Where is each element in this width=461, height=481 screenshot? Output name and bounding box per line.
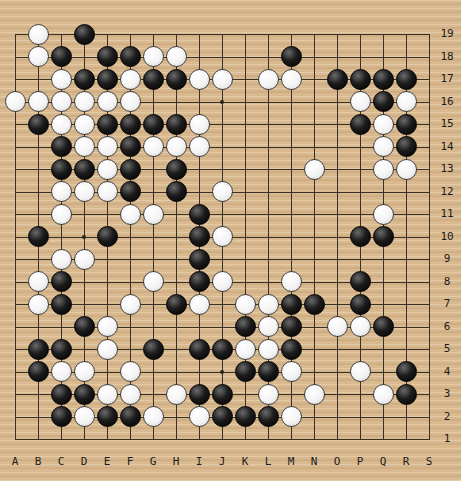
go-board-screenshot: ABCDEFGHIJKLMNOPQRS191817161514131211109… xyxy=(0,0,461,481)
star-point xyxy=(220,370,224,374)
column-label: A xyxy=(7,455,23,469)
stone-black xyxy=(166,159,187,180)
stone-white xyxy=(74,91,95,112)
row-label: 10 xyxy=(433,230,461,244)
stone-white xyxy=(28,24,49,45)
stone-white xyxy=(5,91,26,112)
stone-black xyxy=(212,406,233,427)
stone-black xyxy=(143,114,164,135)
stone-white xyxy=(97,136,118,157)
stone-white xyxy=(189,136,210,157)
stone-black xyxy=(235,361,256,382)
stone-white xyxy=(373,204,394,225)
stone-black xyxy=(350,226,371,247)
stone-white xyxy=(51,361,72,382)
stone-black xyxy=(258,361,279,382)
stone-white xyxy=(350,361,371,382)
stone-white xyxy=(350,316,371,337)
stone-white xyxy=(212,271,233,292)
stone-white xyxy=(281,361,302,382)
stone-white xyxy=(28,91,49,112)
stone-black xyxy=(51,136,72,157)
stone-black xyxy=(51,271,72,292)
stone-white xyxy=(396,91,417,112)
stone-black xyxy=(373,226,394,247)
stone-black xyxy=(189,339,210,360)
column-label: M xyxy=(283,455,299,469)
stone-white xyxy=(258,294,279,315)
row-label: 5 xyxy=(433,342,461,356)
row-label: 4 xyxy=(433,365,461,379)
stone-white xyxy=(120,294,141,315)
row-label: 2 xyxy=(433,410,461,424)
stone-black xyxy=(74,159,95,180)
column-label: L xyxy=(260,455,276,469)
column-label: R xyxy=(398,455,414,469)
stone-black xyxy=(74,69,95,90)
stone-black xyxy=(212,339,233,360)
stone-black xyxy=(120,181,141,202)
column-label: Q xyxy=(375,455,391,469)
stone-white xyxy=(28,294,49,315)
stone-white xyxy=(143,271,164,292)
stone-white xyxy=(51,249,72,270)
stone-black xyxy=(51,159,72,180)
stone-black xyxy=(51,339,72,360)
row-label: 7 xyxy=(433,297,461,311)
stone-white xyxy=(281,69,302,90)
stone-white xyxy=(258,69,279,90)
row-label: 12 xyxy=(433,185,461,199)
column-label: E xyxy=(99,455,115,469)
stone-white xyxy=(304,159,325,180)
stone-black xyxy=(350,271,371,292)
stone-black xyxy=(281,294,302,315)
stone-white xyxy=(373,384,394,405)
stone-black xyxy=(143,69,164,90)
stone-white xyxy=(189,114,210,135)
stone-white xyxy=(166,384,187,405)
stone-white xyxy=(396,159,417,180)
column-label: K xyxy=(237,455,253,469)
row-label: 17 xyxy=(433,72,461,86)
row-label: 15 xyxy=(433,117,461,131)
stone-black xyxy=(120,136,141,157)
row-label: 18 xyxy=(433,50,461,64)
stone-black xyxy=(74,316,95,337)
go-board[interactable]: ABCDEFGHIJKLMNOPQRS191817161514131211109… xyxy=(0,0,461,481)
stone-white xyxy=(120,91,141,112)
stone-white xyxy=(120,384,141,405)
stone-white xyxy=(212,69,233,90)
stone-black xyxy=(350,294,371,315)
grid-line-vertical xyxy=(429,34,430,440)
stone-black xyxy=(304,294,325,315)
stone-white xyxy=(97,91,118,112)
row-label: 16 xyxy=(433,95,461,109)
column-label: J xyxy=(214,455,230,469)
stone-white xyxy=(212,181,233,202)
stone-white xyxy=(97,384,118,405)
stone-black xyxy=(396,114,417,135)
stone-white xyxy=(258,384,279,405)
stone-white xyxy=(74,361,95,382)
row-label: 6 xyxy=(433,320,461,334)
stone-white xyxy=(97,316,118,337)
stone-white xyxy=(97,181,118,202)
stone-black xyxy=(120,159,141,180)
stone-white xyxy=(120,69,141,90)
stone-white xyxy=(350,91,371,112)
stone-white xyxy=(373,114,394,135)
stone-black xyxy=(28,114,49,135)
stone-white xyxy=(143,406,164,427)
stone-white xyxy=(327,316,348,337)
stone-white xyxy=(235,294,256,315)
stone-black xyxy=(51,384,72,405)
stone-white xyxy=(74,181,95,202)
stone-white xyxy=(51,91,72,112)
stone-white xyxy=(28,46,49,67)
stone-black xyxy=(28,339,49,360)
row-label: 19 xyxy=(433,27,461,41)
row-label: 1 xyxy=(433,432,461,446)
stone-black xyxy=(396,69,417,90)
stone-black xyxy=(189,226,210,247)
stone-black xyxy=(51,46,72,67)
stone-white xyxy=(74,406,95,427)
stone-black xyxy=(166,294,187,315)
star-point xyxy=(220,100,224,104)
stone-white xyxy=(120,361,141,382)
stone-white xyxy=(189,406,210,427)
stone-white xyxy=(51,181,72,202)
stone-white xyxy=(74,249,95,270)
grid-line-horizontal xyxy=(15,439,430,440)
column-label: B xyxy=(30,455,46,469)
column-label: F xyxy=(122,455,138,469)
stone-black xyxy=(258,406,279,427)
column-label: C xyxy=(53,455,69,469)
stone-white xyxy=(51,69,72,90)
stone-black xyxy=(327,69,348,90)
stone-black xyxy=(212,384,233,405)
column-label: G xyxy=(145,455,161,469)
stone-black xyxy=(97,46,118,67)
stone-black xyxy=(97,114,118,135)
stone-white xyxy=(74,114,95,135)
stone-white xyxy=(97,159,118,180)
stone-black xyxy=(281,46,302,67)
stone-white xyxy=(373,159,394,180)
stone-white xyxy=(304,384,325,405)
stone-white xyxy=(74,136,95,157)
stone-black xyxy=(350,114,371,135)
stone-black xyxy=(189,249,210,270)
stone-black xyxy=(74,384,95,405)
grid-line-vertical xyxy=(314,34,315,440)
column-label: O xyxy=(329,455,345,469)
stone-white xyxy=(212,226,233,247)
row-label: 14 xyxy=(433,140,461,154)
stone-black xyxy=(51,294,72,315)
column-label: S xyxy=(421,455,437,469)
stone-white xyxy=(120,204,141,225)
stone-black xyxy=(28,361,49,382)
stone-black xyxy=(97,69,118,90)
stone-white xyxy=(143,136,164,157)
column-label: D xyxy=(76,455,92,469)
stone-black xyxy=(235,406,256,427)
column-label: N xyxy=(306,455,322,469)
stone-black xyxy=(120,406,141,427)
stone-white xyxy=(235,339,256,360)
stone-black xyxy=(396,361,417,382)
row-label: 9 xyxy=(433,252,461,266)
stone-black xyxy=(28,226,49,247)
star-point xyxy=(82,235,86,239)
stone-white xyxy=(166,46,187,67)
stone-black xyxy=(74,24,95,45)
stone-white xyxy=(143,46,164,67)
stone-black xyxy=(373,69,394,90)
stone-black xyxy=(120,46,141,67)
stone-white xyxy=(51,204,72,225)
stone-white xyxy=(281,406,302,427)
stone-black xyxy=(373,316,394,337)
stone-black xyxy=(189,384,210,405)
stone-black xyxy=(281,316,302,337)
row-label: 8 xyxy=(433,275,461,289)
stone-black xyxy=(189,271,210,292)
stone-black xyxy=(97,226,118,247)
column-label: P xyxy=(352,455,368,469)
stone-black xyxy=(235,316,256,337)
stone-white xyxy=(189,69,210,90)
stone-white xyxy=(281,271,302,292)
row-label: 13 xyxy=(433,162,461,176)
stone-black xyxy=(396,136,417,157)
stone-black xyxy=(120,114,141,135)
stone-black xyxy=(166,69,187,90)
stone-black xyxy=(350,69,371,90)
stone-black xyxy=(143,339,164,360)
stone-white xyxy=(28,271,49,292)
stone-white xyxy=(97,339,118,360)
stone-black xyxy=(51,406,72,427)
stone-white xyxy=(189,294,210,315)
stone-black xyxy=(166,114,187,135)
stone-white xyxy=(373,136,394,157)
row-label: 11 xyxy=(433,207,461,221)
stone-white xyxy=(258,316,279,337)
stone-black xyxy=(189,204,210,225)
column-label: I xyxy=(191,455,207,469)
stone-black xyxy=(281,339,302,360)
stone-white xyxy=(258,339,279,360)
stone-black xyxy=(373,91,394,112)
row-label: 3 xyxy=(433,387,461,401)
grid-line-vertical xyxy=(337,34,338,440)
stone-black xyxy=(396,384,417,405)
stone-white xyxy=(51,114,72,135)
stone-black xyxy=(97,406,118,427)
stone-white xyxy=(166,136,187,157)
stone-black xyxy=(166,181,187,202)
column-label: H xyxy=(168,455,184,469)
stone-white xyxy=(143,204,164,225)
